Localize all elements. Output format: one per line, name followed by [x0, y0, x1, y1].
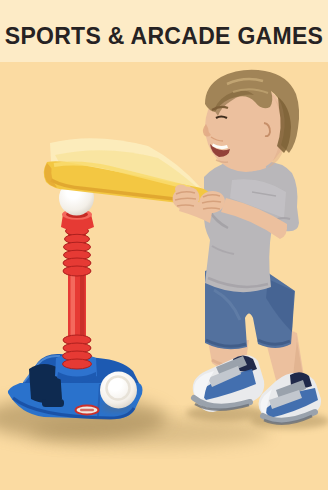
ear [260, 118, 276, 141]
category-tile-sports-arcade[interactable]: SPORTS & ARCADE GAMES [0, 0, 328, 490]
little-tikes-logo [76, 406, 99, 415]
category-title: SPORTS & ARCADE GAMES [5, 23, 324, 50]
product-photo [0, 62, 328, 490]
base-handle-slot [42, 399, 64, 407]
ball-on-base [100, 372, 137, 409]
category-header: SPORTS & ARCADE GAMES [0, 0, 328, 62]
